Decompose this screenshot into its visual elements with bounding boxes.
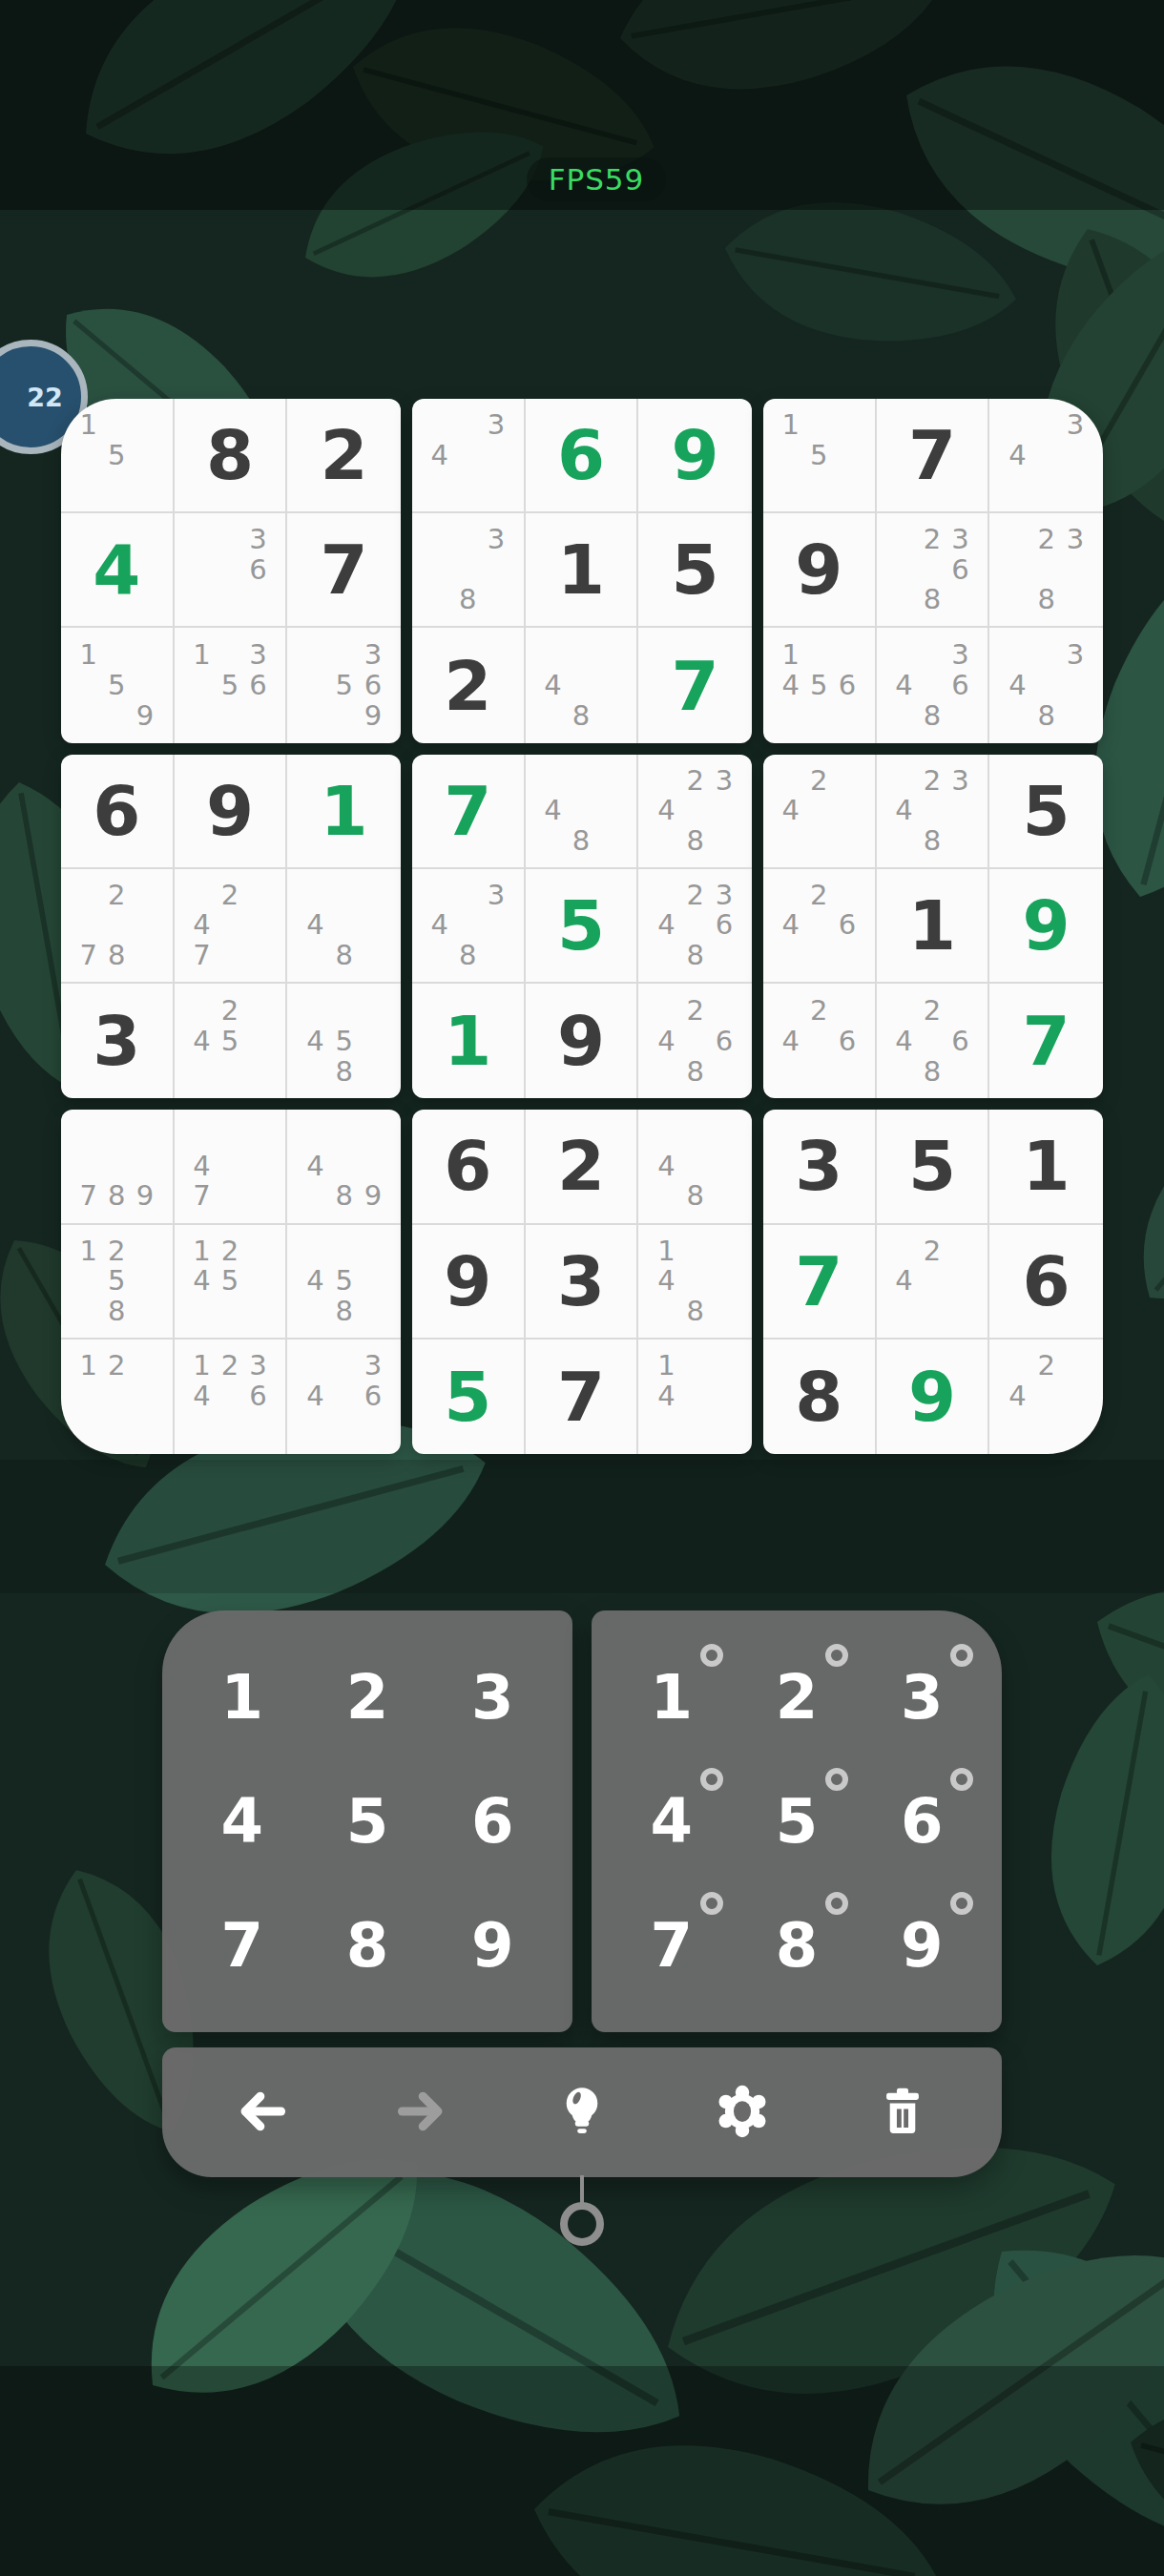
note-digit-slot (595, 825, 624, 855)
sudoku-cell-r4c8[interactable]: 2348 (877, 755, 990, 869)
note-digit-slot: 8 (103, 1181, 132, 1211)
given-digit: 3 (557, 1247, 605, 1316)
note-digit-slot (188, 701, 217, 732)
note-digit-slot: 8 (1032, 585, 1061, 614)
note-digit-slot (1032, 1412, 1061, 1443)
note-digit-slot (805, 410, 834, 440)
note-digit-slot (710, 995, 738, 1026)
sudoku-cell-r8c4[interactable]: 9 (412, 1225, 526, 1340)
sudoku-cell-r7c4[interactable]: 6 (412, 1110, 526, 1224)
pencil-notes: 14 (652, 1351, 738, 1443)
note-digit-slot: 5 (103, 440, 132, 469)
sudoku-cell-r8c5[interactable]: 3 (526, 1225, 639, 1340)
note-digit-slot (681, 1121, 710, 1151)
sudoku-cell-r7c2[interactable]: 47 (175, 1110, 288, 1224)
note-digit-slot (805, 796, 834, 825)
note-digit-slot (946, 825, 975, 855)
note-digit-slot (833, 941, 862, 970)
note-digit-slot (216, 555, 244, 585)
note-digit-slot: 5 (103, 1266, 132, 1296)
note-digit-slot: 4 (890, 1266, 919, 1296)
sudoku-cell-r6c6[interactable]: 2468 (638, 984, 752, 1098)
sudoku-cell-r7c6[interactable]: 48 (638, 1110, 752, 1224)
note-digit-slot: 5 (216, 671, 244, 701)
sudoku-cell-r6c8[interactable]: 2468 (877, 984, 990, 1098)
pencil-notes: 24 (1003, 1351, 1090, 1443)
note-digit-slot (777, 440, 805, 469)
sudoku-cell-r8c3[interactable]: 458 (287, 1225, 401, 1340)
sudoku-cell-r6c1[interactable]: 3 (61, 984, 175, 1098)
note-digit-slot (946, 1266, 975, 1296)
note-digit-slot (681, 1236, 710, 1266)
sudoku-cell-r5c1[interactable]: 278 (61, 869, 175, 984)
note-digit-slot (74, 910, 103, 940)
note-digit-slot (216, 701, 244, 732)
note-digit-slot (454, 910, 483, 940)
note-digit-slot: 2 (681, 766, 710, 796)
pencil-notes: 12346 (188, 1351, 273, 1443)
pull-handle-ring[interactable] (560, 2202, 604, 2246)
note-digit-slot (301, 671, 329, 701)
note-digit-slot (301, 1121, 329, 1151)
note-digit-slot (805, 701, 834, 732)
note-digit-slot: 4 (890, 1026, 919, 1056)
note-digit-slot (1061, 1381, 1090, 1412)
note-digit-slot (426, 410, 454, 440)
note-digit-slot: 8 (567, 701, 595, 732)
note-digit-slot (131, 1152, 159, 1181)
note-digit-slot (652, 881, 680, 910)
note-digit-slot (74, 881, 103, 910)
digit-button-3[interactable]: 3 (430, 1635, 555, 1759)
note-digit-slot (918, 1296, 946, 1325)
note-digit-slot (595, 796, 624, 825)
note-digit-slot: 4 (426, 440, 454, 469)
settings-button[interactable] (698, 2068, 786, 2156)
note-digit-slot (805, 639, 834, 670)
note-digit-slot (244, 941, 273, 970)
digit-button-5[interactable]: 5 (304, 1759, 429, 1883)
note-digit-slot (188, 1056, 217, 1087)
sudoku-cell-r7c5[interactable]: 2 (526, 1110, 639, 1224)
note-digit-slot (539, 825, 568, 855)
note-digit-slot (946, 1236, 975, 1266)
note-digit-slot: 6 (833, 671, 862, 701)
note-digit-slot (681, 1152, 710, 1181)
note-digit-slot: 4 (777, 910, 805, 940)
sudoku-box-6: 24234852461924624687 (763, 755, 1103, 1099)
note-digit-slot (652, 995, 680, 1026)
sudoku-cell-r3c9[interactable]: 348 (989, 628, 1103, 742)
note-digit-slot (131, 1266, 159, 1296)
sudoku-cell-r9c9[interactable]: 24 (989, 1340, 1103, 1454)
sudoku-cell-r9c7[interactable]: 8 (763, 1340, 877, 1454)
note-digit-slot (244, 1296, 273, 1325)
sudoku-cell-r1c7[interactable]: 15 (763, 399, 877, 513)
sudoku-app-screen: FPS59 22 1582436715913563569346938152487… (0, 0, 1164, 2576)
hint-button[interactable] (538, 2068, 626, 2156)
note-mode-ring-icon (950, 1768, 973, 1791)
given-digit: 7 (557, 1362, 605, 1431)
delete-button[interactable] (859, 2068, 946, 2156)
note-digit-slot (710, 1412, 738, 1443)
toolbar (162, 2047, 1002, 2177)
note-digit-slot: 3 (244, 1351, 273, 1381)
user-digit: 5 (557, 891, 605, 960)
sudoku-cell-r6c7[interactable]: 246 (763, 984, 877, 1098)
sudoku-cell-r2c5[interactable]: 1 (526, 513, 639, 628)
sudoku-cell-r4c5[interactable]: 48 (526, 755, 639, 869)
note-digit-slot (946, 796, 975, 825)
note-digit-slot (539, 639, 568, 670)
note-digit-slot: 1 (74, 1236, 103, 1266)
sudoku-cell-r5c4[interactable]: 348 (412, 869, 526, 984)
note-digit-slot (301, 1351, 329, 1381)
sudoku-cell-r1c9[interactable]: 34 (989, 399, 1103, 513)
note-digit-slot (103, 910, 132, 940)
note-digit-slot: 1 (652, 1351, 680, 1381)
note-digit-slot (777, 995, 805, 1026)
sudoku-cell-r6c3[interactable]: 458 (287, 984, 401, 1098)
note-digit-slot (595, 671, 624, 701)
note-digit-slot: 8 (330, 1056, 359, 1087)
sudoku-cell-r4c4[interactable]: 7 (412, 755, 526, 869)
note-digit-button-1[interactable]: 1 (609, 1635, 734, 1759)
given-digit: 3 (795, 1132, 842, 1200)
sudoku-cell-r5c3[interactable]: 48 (287, 869, 401, 984)
note-digit-slot (359, 1121, 387, 1151)
note-digit-slot (710, 1056, 738, 1087)
note-digit-button-7[interactable]: 7 (609, 1883, 734, 2007)
user-digit: 7 (444, 777, 491, 845)
sudoku-cell-r1c8[interactable]: 7 (877, 399, 990, 513)
note-digit-button-9[interactable]: 9 (860, 1883, 985, 2007)
sudoku-cell-r3c3[interactable]: 3569 (287, 628, 401, 742)
note-digit-slot: 5 (330, 671, 359, 701)
given-digit: 1 (1023, 1132, 1070, 1200)
sudoku-cell-r3c5[interactable]: 48 (526, 628, 639, 742)
note-digit-slot: 2 (216, 881, 244, 910)
given-digit: 9 (795, 535, 842, 604)
undo-button[interactable] (218, 2068, 305, 2156)
sudoku-cell-r2c3[interactable]: 7 (287, 513, 401, 628)
sudoku-cell-r4c2[interactable]: 9 (175, 755, 288, 869)
digit-button-2[interactable]: 2 (304, 1635, 429, 1759)
note-digit-slot (710, 1266, 738, 1296)
digit-button-6[interactable]: 6 (430, 1759, 555, 1883)
sudoku-cell-r3c6[interactable]: 7 (638, 628, 752, 742)
pencil-notes: 246 (777, 995, 862, 1087)
pencil-notes: 246 (777, 881, 862, 970)
note-digit-slot: 2 (918, 995, 946, 1026)
sudoku-cell-r6c9[interactable]: 7 (989, 984, 1103, 1098)
note-digit-slot (1003, 470, 1031, 500)
sudoku-cell-r1c3[interactable]: 2 (287, 399, 401, 513)
sudoku-cell-r1c1[interactable]: 15 (61, 399, 175, 513)
note-digit-slot (131, 1296, 159, 1325)
note-digit-slot (131, 1236, 159, 1266)
sudoku-cell-r5c6[interactable]: 23468 (638, 869, 752, 984)
note-digit-button-2[interactable]: 2 (734, 1635, 859, 1759)
note-digit-slot: 3 (1061, 410, 1090, 440)
trash-icon (875, 2084, 930, 2142)
note-digit-slot (681, 796, 710, 825)
note-digit-slot (946, 1296, 975, 1325)
note-digit-slot (244, 701, 273, 732)
note-digit-slot: 3 (946, 525, 975, 554)
sudoku-cell-r9c4[interactable]: 5 (412, 1340, 526, 1454)
note-digit-slot: 2 (805, 881, 834, 910)
digit-button-8[interactable]: 8 (304, 1883, 429, 2007)
note-digit-slot: 8 (330, 1181, 359, 1211)
note-digit-slot (1032, 410, 1061, 440)
note-digit-slot (833, 825, 862, 855)
given-digit: 5 (1023, 777, 1070, 845)
pencil-notes: 3569 (301, 639, 387, 731)
sudoku-cell-r8c9[interactable]: 6 (989, 1225, 1103, 1340)
pencil-notes: 3468 (890, 639, 975, 731)
note-digit-slot (330, 1351, 359, 1381)
user-digit: 1 (444, 1007, 491, 1075)
sudoku-cell-r1c2[interactable]: 8 (175, 399, 288, 513)
sudoku-cell-r9c6[interactable]: 14 (638, 1340, 752, 1454)
digit-button-9[interactable]: 9 (430, 1883, 555, 2007)
note-digit-slot: 1 (188, 1236, 217, 1266)
note-digit-slot: 6 (710, 910, 738, 940)
pencil-notes: 458 (301, 995, 387, 1087)
note-digit-slot (652, 825, 680, 855)
note-digit-slot (890, 1296, 919, 1325)
digit-button-1[interactable]: 1 (179, 1635, 304, 1759)
note-digit-slot (710, 1236, 738, 1266)
note-digit-slot: 2 (216, 1351, 244, 1381)
note-digit-slot (652, 1296, 680, 1325)
pencil-notes: 1245 (188, 1236, 273, 1326)
note-digit-slot: 7 (74, 1181, 103, 1211)
sudoku-cell-r7c3[interactable]: 489 (287, 1110, 401, 1224)
note-digit-slot (74, 671, 103, 701)
given-digit: 2 (321, 421, 368, 489)
note-digit-slot: 8 (103, 1296, 132, 1325)
note-digit-slot (890, 585, 919, 614)
sudoku-cell-r1c4[interactable]: 34 (412, 399, 526, 513)
sudoku-cell-r2c4[interactable]: 38 (412, 513, 526, 628)
note-digit-slot: 3 (244, 525, 273, 554)
note-digit-slot (777, 941, 805, 970)
note-digit-slot: 8 (681, 1056, 710, 1087)
note-digit-slot (359, 881, 387, 910)
note-digit-slot (890, 525, 919, 554)
sudoku-cell-r5c5[interactable]: 5 (526, 869, 639, 984)
note-digit-slot (805, 941, 834, 970)
note-digit-slot (454, 525, 483, 554)
sudoku-cell-r7c8[interactable]: 5 (877, 1110, 990, 1224)
note-digit-slot (652, 941, 680, 970)
given-digit: 1 (908, 891, 956, 960)
note-digit-slot (103, 1381, 132, 1412)
note-digit-button-3[interactable]: 3 (860, 1635, 985, 1759)
pencil-notes: 2468 (652, 995, 738, 1087)
pencil-notes: 2348 (652, 766, 738, 856)
sudoku-cell-r2c8[interactable]: 2368 (877, 513, 990, 628)
note-digit-slot: 4 (301, 1026, 329, 1056)
note-digit-slot (710, 796, 738, 825)
note-digit-slot (131, 470, 159, 500)
note-digit-slot (426, 941, 454, 970)
note-digit-button-4[interactable]: 4 (609, 1759, 734, 1883)
note-digit-slot (359, 910, 387, 940)
note-digit-slot: 4 (652, 1266, 680, 1296)
pencil-notes: 38 (426, 525, 510, 614)
sudoku-cell-r7c1[interactable]: 789 (61, 1110, 175, 1224)
sudoku-cell-r2c2[interactable]: 36 (175, 513, 288, 628)
note-digit-slot: 2 (103, 881, 132, 910)
note-digit-slot (244, 1412, 273, 1443)
sudoku-cell-r3c4[interactable]: 2 (412, 628, 526, 742)
note-digit-slot (595, 701, 624, 732)
sudoku-cell-r4c3[interactable]: 1 (287, 755, 401, 869)
note-digit-slot: 2 (103, 1351, 132, 1381)
note-mode-ring-icon (950, 1644, 973, 1667)
pencil-notes: 48 (301, 881, 387, 970)
sudoku-cell-r5c8[interactable]: 1 (877, 869, 990, 984)
note-digit-slot (1003, 639, 1031, 670)
note-digit-slot: 9 (131, 701, 159, 732)
sudoku-box-9: 35172468924 (763, 1110, 1103, 1454)
sudoku-cell-r6c4[interactable]: 1 (412, 984, 526, 1098)
sudoku-cell-r9c2[interactable]: 12346 (175, 1340, 288, 1454)
note-digit-slot (946, 701, 975, 732)
pencil-notes: 346 (301, 1351, 387, 1443)
note-digit-slot: 3 (244, 639, 273, 670)
sudoku-cell-r5c9[interactable]: 9 (989, 869, 1103, 984)
pencil-notes: 148 (652, 1236, 738, 1326)
note-digit-button-5[interactable]: 5 (734, 1759, 859, 1883)
note-digit-slot: 4 (652, 910, 680, 940)
note-digit-slot (1003, 525, 1031, 554)
note-mode-ring-icon (700, 1768, 723, 1791)
pencil-notes: 247 (188, 881, 273, 970)
note-digit-slot: 5 (805, 440, 834, 469)
note-digit-slot (103, 639, 132, 670)
sudoku-cell-r1c5[interactable]: 6 (526, 399, 639, 513)
note-digit-slot: 6 (359, 1381, 387, 1412)
sudoku-cell-r8c7[interactable]: 7 (763, 1225, 877, 1340)
note-digit-slot: 4 (1003, 671, 1031, 701)
note-digit-slot: 7 (188, 941, 217, 970)
sudoku-cell-r4c1[interactable]: 6 (61, 755, 175, 869)
note-digit-slot (946, 585, 975, 614)
sudoku-cell-r4c6[interactable]: 2348 (638, 755, 752, 869)
sudoku-cell-r8c1[interactable]: 1258 (61, 1225, 175, 1340)
pencil-notes: 2468 (890, 995, 975, 1087)
note-digit-slot (833, 995, 862, 1026)
sudoku-cell-r2c6[interactable]: 5 (638, 513, 752, 628)
note-digit-button-8[interactable]: 8 (734, 1883, 859, 2007)
sudoku-cell-r7c9[interactable]: 1 (989, 1110, 1103, 1224)
note-digit-button-6[interactable]: 6 (860, 1759, 985, 1883)
note-digit-slot (918, 1026, 946, 1056)
given-digit: 1 (557, 535, 605, 604)
note-digit-slot (1032, 671, 1061, 701)
note-digit-slot (595, 766, 624, 796)
note-digit-slot (454, 881, 483, 910)
note-digit-slot (216, 585, 244, 614)
note-digit-slot: 8 (103, 941, 132, 970)
note-digit-slot (330, 1121, 359, 1151)
sudoku-cell-r3c1[interactable]: 159 (61, 628, 175, 742)
sudoku-cell-r9c8[interactable]: 9 (877, 1340, 990, 1454)
note-digit-slot (216, 1296, 244, 1325)
note-digit-slot: 1 (777, 410, 805, 440)
note-digit-slot: 8 (681, 1296, 710, 1325)
sudoku-cell-r8c2[interactable]: 1245 (175, 1225, 288, 1340)
note-digit-slot (482, 440, 510, 469)
sudoku-cell-r9c1[interactable]: 12 (61, 1340, 175, 1454)
note-digit-slot (426, 585, 454, 614)
note-digit-slot (710, 1152, 738, 1181)
sudoku-cell-r2c9[interactable]: 238 (989, 513, 1103, 628)
note-digit-slot: 4 (777, 1026, 805, 1056)
redo-button[interactable] (378, 2068, 466, 2156)
note-digit-slot (188, 555, 217, 585)
note-digit-slot: 2 (918, 525, 946, 554)
sudoku-cell-r5c2[interactable]: 247 (175, 869, 288, 984)
note-digit-slot: 8 (918, 1056, 946, 1087)
digit-button-7[interactable]: 7 (179, 1883, 304, 2007)
sudoku-cell-r6c5[interactable]: 9 (526, 984, 639, 1098)
sudoku-cell-r2c1[interactable]: 4 (61, 513, 175, 628)
digit-button-4[interactable]: 4 (179, 1759, 304, 1883)
note-digit-slot (1032, 1381, 1061, 1412)
note-digit-slot: 1 (188, 639, 217, 670)
note-digit-slot: 3 (359, 639, 387, 670)
sudoku-cell-r2c7[interactable]: 9 (763, 513, 877, 628)
note-digit-slot (777, 881, 805, 910)
sudoku-cell-r6c2[interactable]: 245 (175, 984, 288, 1098)
note-digit-slot (188, 881, 217, 910)
note-digit-slot (833, 881, 862, 910)
note-digit-slot (359, 1266, 387, 1296)
note-digit-slot: 4 (539, 671, 568, 701)
sudoku-cell-r1c6[interactable]: 9 (638, 399, 752, 513)
note-digit-slot: 2 (918, 1236, 946, 1266)
sudoku-cell-r4c7[interactable]: 24 (763, 755, 877, 869)
note-digit-slot: 9 (131, 1181, 159, 1211)
sudoku-cell-r8c8[interactable]: 24 (877, 1225, 990, 1340)
sudoku-cell-r9c5[interactable]: 7 (526, 1340, 639, 1454)
note-digit-slot: 8 (681, 941, 710, 970)
note-digit-slot: 5 (330, 1266, 359, 1296)
note-digit-slot (301, 995, 329, 1026)
note-digit-slot (777, 701, 805, 732)
sudoku-cell-r3c7[interactable]: 1456 (763, 628, 877, 742)
sudoku-cell-r8c6[interactable]: 148 (638, 1225, 752, 1340)
note-digit-slot (301, 1412, 329, 1443)
sudoku-cell-r7c7[interactable]: 3 (763, 1110, 877, 1224)
note-digit-slot (681, 1026, 710, 1056)
sudoku-cell-r3c8[interactable]: 3468 (877, 628, 990, 742)
note-digit-slot (833, 410, 862, 440)
sudoku-cell-r4c9[interactable]: 5 (989, 755, 1103, 869)
pencil-notes: 2368 (890, 525, 975, 614)
note-digit-slot (833, 440, 862, 469)
sudoku-cell-r9c3[interactable]: 346 (287, 1340, 401, 1454)
sudoku-cell-r3c2[interactable]: 1356 (175, 628, 288, 742)
note-digit-slot (216, 1152, 244, 1181)
note-digit-slot (426, 881, 454, 910)
sudoku-cell-r5c7[interactable]: 246 (763, 869, 877, 984)
